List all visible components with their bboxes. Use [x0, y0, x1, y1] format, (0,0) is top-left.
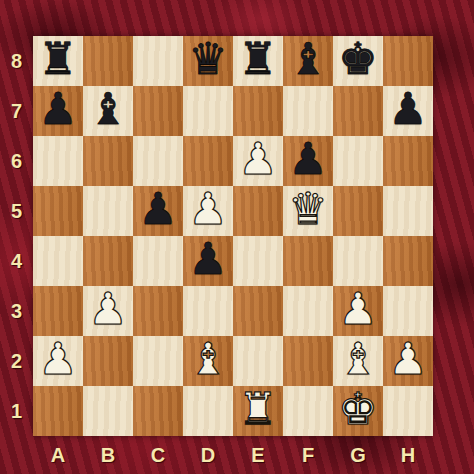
- square-e3[interactable]: [233, 286, 283, 336]
- square-f3[interactable]: [283, 286, 333, 336]
- square-b3[interactable]: ♟: [83, 286, 133, 336]
- square-b1[interactable]: [83, 386, 133, 436]
- piece-white-queen[interactable]: ♛: [288, 184, 327, 234]
- square-d6[interactable]: [183, 136, 233, 186]
- file-label-c: C: [133, 436, 183, 474]
- piece-white-pawn[interactable]: ♟: [88, 284, 127, 334]
- square-c8[interactable]: [133, 36, 183, 86]
- piece-black-pawn[interactable]: ♟: [188, 234, 227, 284]
- square-a4[interactable]: [33, 236, 83, 286]
- file-label-g: G: [333, 436, 383, 474]
- square-d5[interactable]: ♟: [183, 186, 233, 236]
- square-e4[interactable]: [233, 236, 283, 286]
- rank-label-1: 1: [0, 386, 33, 436]
- square-c6[interactable]: [133, 136, 183, 186]
- rank-label-2: 2: [0, 336, 33, 386]
- square-a7[interactable]: ♟: [33, 86, 83, 136]
- file-label-f: F: [283, 436, 333, 474]
- piece-black-bishop[interactable]: ♝: [288, 34, 327, 84]
- square-c7[interactable]: [133, 86, 183, 136]
- square-g7[interactable]: [333, 86, 383, 136]
- square-b5[interactable]: [83, 186, 133, 236]
- square-f5[interactable]: ♛: [283, 186, 333, 236]
- square-b2[interactable]: [83, 336, 133, 386]
- file-label-d: D: [183, 436, 233, 474]
- piece-black-pawn[interactable]: ♟: [138, 184, 177, 234]
- square-g6[interactable]: [333, 136, 383, 186]
- square-h4[interactable]: [383, 236, 433, 286]
- rank-label-7: 7: [0, 86, 33, 136]
- square-f7[interactable]: [283, 86, 333, 136]
- square-e6[interactable]: ♟: [233, 136, 283, 186]
- square-f1[interactable]: [283, 386, 333, 436]
- piece-white-king[interactable]: ♚: [338, 384, 377, 434]
- piece-black-pawn[interactable]: ♟: [388, 84, 427, 134]
- square-a1[interactable]: [33, 386, 83, 436]
- square-h8[interactable]: [383, 36, 433, 86]
- rank-label-8: 8: [0, 36, 33, 86]
- piece-black-bishop[interactable]: ♝: [88, 84, 127, 134]
- square-c3[interactable]: [133, 286, 183, 336]
- square-h1[interactable]: [383, 386, 433, 436]
- square-h7[interactable]: ♟: [383, 86, 433, 136]
- square-a6[interactable]: [33, 136, 83, 186]
- piece-white-pawn[interactable]: ♟: [388, 334, 427, 384]
- file-label-b: B: [83, 436, 133, 474]
- square-a2[interactable]: ♟: [33, 336, 83, 386]
- square-a3[interactable]: [33, 286, 83, 336]
- rank-label-5: 5: [0, 186, 33, 236]
- square-c1[interactable]: [133, 386, 183, 436]
- square-d1[interactable]: [183, 386, 233, 436]
- piece-white-bishop[interactable]: ♝: [188, 334, 227, 384]
- square-b7[interactable]: ♝: [83, 86, 133, 136]
- square-c5[interactable]: ♟: [133, 186, 183, 236]
- rank-labels: 87654321: [0, 36, 33, 436]
- rank-label-6: 6: [0, 136, 33, 186]
- piece-black-pawn[interactable]: ♟: [288, 134, 327, 184]
- chess-board: ♜♛♜♝♚♟♝♟♟♟♟♟♛♟♟♟♟♝♝♟♜♚: [33, 36, 433, 436]
- piece-white-rook[interactable]: ♜: [238, 384, 277, 434]
- square-h2[interactable]: ♟: [383, 336, 433, 386]
- square-c4[interactable]: [133, 236, 183, 286]
- square-g4[interactable]: [333, 236, 383, 286]
- square-d3[interactable]: [183, 286, 233, 336]
- piece-white-pawn[interactable]: ♟: [238, 134, 277, 184]
- piece-white-pawn[interactable]: ♟: [38, 334, 77, 384]
- square-f2[interactable]: [283, 336, 333, 386]
- square-f4[interactable]: [283, 236, 333, 286]
- square-h3[interactable]: [383, 286, 433, 336]
- square-h6[interactable]: [383, 136, 433, 186]
- square-h5[interactable]: [383, 186, 433, 236]
- square-e7[interactable]: [233, 86, 283, 136]
- piece-black-king[interactable]: ♚: [338, 34, 377, 84]
- square-a5[interactable]: [33, 186, 83, 236]
- square-b6[interactable]: [83, 136, 133, 186]
- square-f8[interactable]: ♝: [283, 36, 333, 86]
- square-g5[interactable]: [333, 186, 383, 236]
- square-e5[interactable]: [233, 186, 283, 236]
- piece-black-queen[interactable]: ♛: [188, 34, 227, 84]
- piece-white-bishop[interactable]: ♝: [338, 334, 377, 384]
- piece-black-rook[interactable]: ♜: [238, 34, 277, 84]
- file-label-a: A: [33, 436, 83, 474]
- square-e8[interactable]: ♜: [233, 36, 283, 86]
- square-g2[interactable]: ♝: [333, 336, 383, 386]
- piece-black-rook[interactable]: ♜: [38, 34, 77, 84]
- piece-black-pawn[interactable]: ♟: [38, 84, 77, 134]
- square-e2[interactable]: [233, 336, 283, 386]
- square-c2[interactable]: [133, 336, 183, 386]
- square-b8[interactable]: [83, 36, 133, 86]
- square-d2[interactable]: ♝: [183, 336, 233, 386]
- rank-label-4: 4: [0, 236, 33, 286]
- file-label-h: H: [383, 436, 433, 474]
- file-label-e: E: [233, 436, 283, 474]
- square-f6[interactable]: ♟: [283, 136, 333, 186]
- square-d4[interactable]: ♟: [183, 236, 233, 286]
- piece-white-pawn[interactable]: ♟: [188, 184, 227, 234]
- file-labels: ABCDEFGH: [33, 436, 433, 474]
- square-a8[interactable]: ♜: [33, 36, 83, 86]
- square-g8[interactable]: ♚: [333, 36, 383, 86]
- rank-label-3: 3: [0, 286, 33, 336]
- square-b4[interactable]: [83, 236, 133, 286]
- square-g1[interactable]: ♚: [333, 386, 383, 436]
- square-g3[interactable]: ♟: [333, 286, 383, 336]
- square-d8[interactable]: ♛: [183, 36, 233, 86]
- square-e1[interactable]: ♜: [233, 386, 283, 436]
- piece-white-pawn[interactable]: ♟: [338, 284, 377, 334]
- chess-board-frame: 87654321 ♜♛♜♝♚♟♝♟♟♟♟♟♛♟♟♟♟♝♝♟♜♚ ABCDEFGH: [0, 0, 474, 474]
- square-d7[interactable]: [183, 86, 233, 136]
